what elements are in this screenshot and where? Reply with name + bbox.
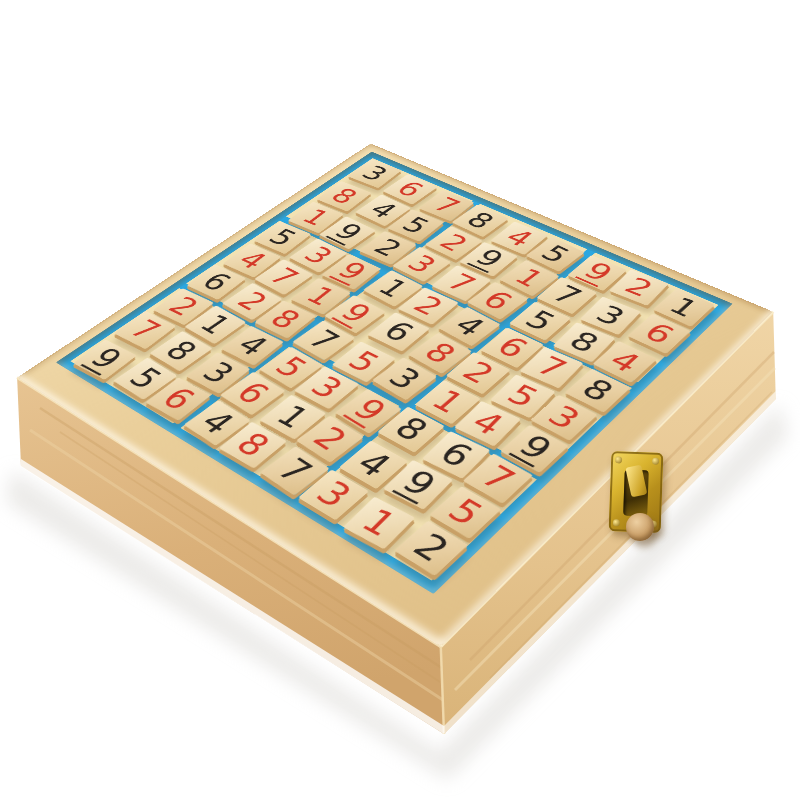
- tile-digit: 1: [355, 504, 403, 542]
- tile-digit: 2: [619, 274, 658, 300]
- tile-digit: 7: [263, 264, 304, 289]
- tile-digit: 4: [232, 248, 272, 273]
- tile-digit: 5: [397, 214, 435, 237]
- tile-digit: 2: [368, 236, 407, 260]
- tile-digit: 8: [159, 337, 203, 366]
- tile-digit: 5: [342, 347, 385, 377]
- latch-screw-icon: [652, 458, 659, 465]
- tile-digit: 2: [231, 288, 273, 314]
- tile-digit: 9: [392, 465, 444, 505]
- tile-digit: 6: [638, 319, 680, 347]
- tile-digit: 5: [519, 307, 560, 335]
- tile-digit: 5: [501, 380, 544, 411]
- tile-digit: 7: [441, 270, 481, 296]
- product-photo-sudoku-box: { "game": "sudoku", "scene": "angled pro…: [0, 0, 800, 800]
- tile-digit: 8: [461, 209, 500, 232]
- tile-digit: 2: [456, 358, 499, 388]
- tile-digit: 3: [542, 401, 587, 433]
- tile-digit: 6: [433, 438, 478, 472]
- tile-digit: 1: [664, 294, 705, 321]
- drawer-knob[interactable]: [626, 513, 654, 541]
- tile-digit: 4: [603, 347, 646, 377]
- tile-digit: 7: [428, 194, 465, 217]
- tile-digit: 4: [448, 312, 491, 340]
- tile-digit: 3: [402, 252, 442, 277]
- tile-digit: 3: [590, 302, 630, 330]
- tile-digit: 1: [509, 265, 550, 291]
- tile-digit: 7: [124, 316, 167, 344]
- tile-digit: 5: [441, 494, 490, 531]
- tile-digit: 2: [434, 231, 473, 255]
- tile-digit: 8: [388, 413, 434, 446]
- tile-digit: 6: [391, 178, 428, 200]
- tile-digit: 1: [425, 386, 470, 418]
- tile-digit: 3: [309, 477, 357, 513]
- tile-digit: 7: [302, 326, 345, 354]
- tile-digit: 6: [477, 287, 519, 314]
- tile-digit: 1: [372, 275, 413, 301]
- tile-digit: 9: [80, 343, 129, 375]
- tile-digit: 2: [408, 292, 449, 319]
- tile-digit: 7: [546, 282, 586, 309]
- tile-digit: 8: [576, 375, 620, 406]
- tile-digit: 7: [531, 352, 573, 382]
- tile-digit: 2: [406, 528, 456, 567]
- tile-digit: 5: [269, 353, 313, 383]
- tile-digit: 3: [305, 372, 349, 403]
- tile-digit: 4: [364, 199, 402, 222]
- tile-digit: 6: [378, 318, 420, 346]
- tile-digit: 5: [535, 242, 575, 267]
- latch-screw-icon: [613, 519, 620, 526]
- tile-digit: 1: [270, 401, 316, 433]
- tile-digit: 7: [474, 461, 521, 496]
- tile-digit: 4: [500, 226, 538, 250]
- tile-digit: 5: [263, 226, 302, 250]
- tile-digit: 6: [196, 269, 237, 295]
- tile-digit: 6: [230, 378, 275, 409]
- tile-digit: 4: [350, 447, 397, 482]
- tile-digit: 3: [357, 163, 393, 184]
- tile-digit: 9: [467, 245, 511, 273]
- latch-screw-icon: [615, 456, 622, 463]
- tile-digit: 8: [326, 185, 363, 207]
- tile-digit: 4: [465, 407, 509, 440]
- tile-digit: 6: [491, 333, 533, 362]
- tile-digit: 3: [382, 364, 427, 394]
- tile-digit: 4: [194, 407, 241, 439]
- tile-digit: 1: [297, 206, 335, 229]
- tile-digit: 8: [418, 339, 462, 368]
- tile-digit: 8: [229, 428, 276, 461]
- tile-digit: 1: [194, 311, 237, 338]
- tile-digit: 8: [564, 328, 605, 357]
- tile-digit: 3: [298, 243, 338, 267]
- tile-digit: 9: [575, 259, 619, 287]
